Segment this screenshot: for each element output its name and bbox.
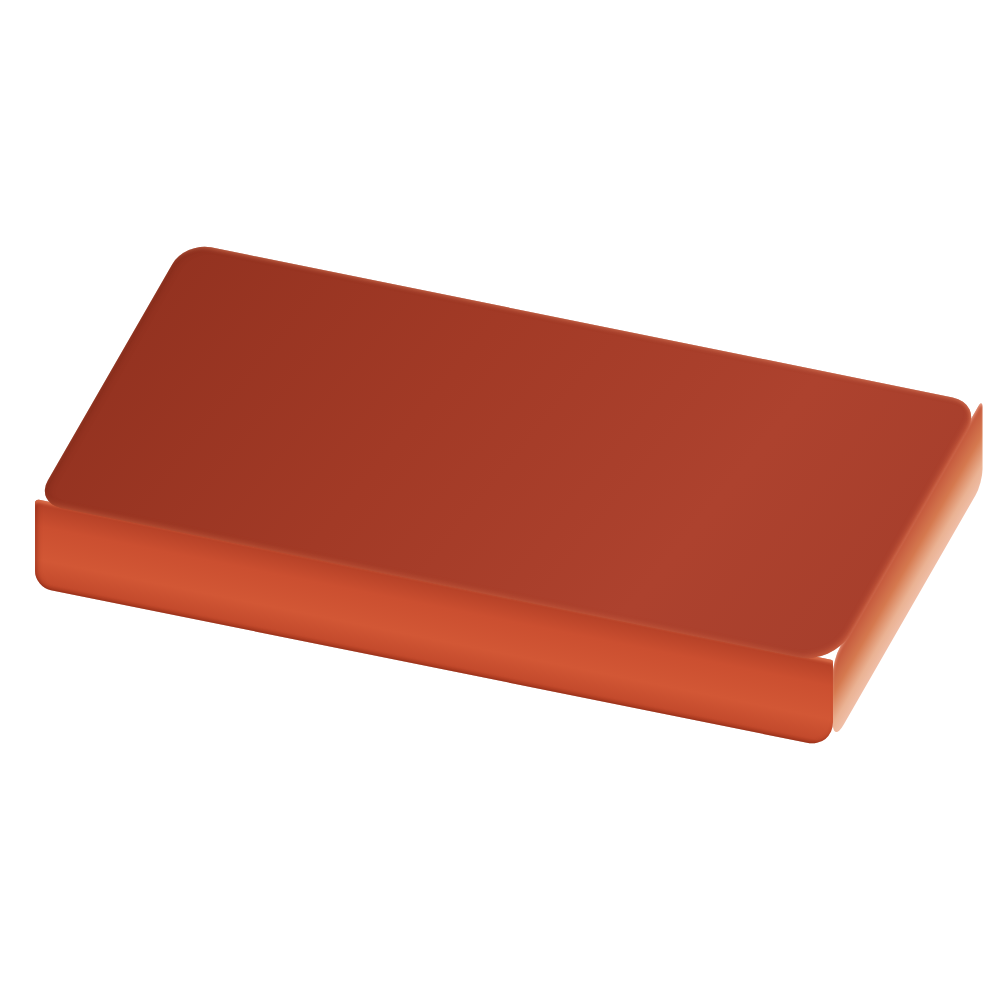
product-photo-stage [0,0,1000,1000]
